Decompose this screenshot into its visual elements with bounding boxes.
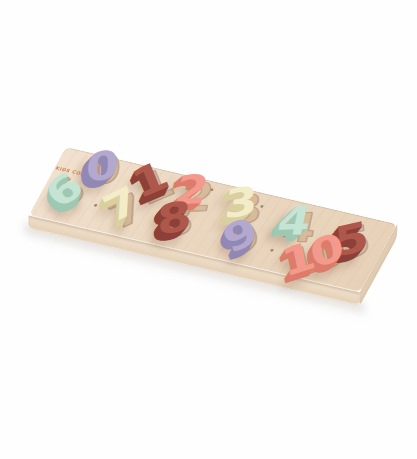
stage: KIDS CONCEPT 012345678910 012345678910 xyxy=(0,0,417,459)
number-piece-8[interactable]: 8 xyxy=(156,194,192,241)
number-piece-6[interactable]: 6 xyxy=(38,166,91,214)
